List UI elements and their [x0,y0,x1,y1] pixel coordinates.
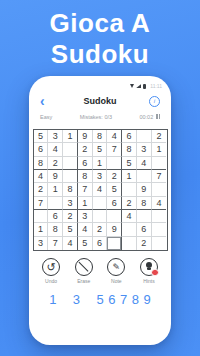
board-cell[interactable]: 8 [93,130,108,143]
board-cell[interactable]: 6 [78,157,93,170]
board-cell[interactable]: 9 [78,130,93,143]
numpad-slot-empty [82,292,94,307]
board-cell[interactable]: 1 [122,170,137,183]
board-cell[interactable] [152,183,167,196]
toolbar-label: Erase [77,278,90,284]
status-bar: 11:11 [29,82,171,90]
board-cell[interactable] [152,237,167,250]
board-cell[interactable] [137,130,152,143]
toolbar: UndoEraseNoteHints [29,258,171,286]
board-cell[interactable]: 4 [34,170,49,183]
board-cell[interactable]: 3 [78,210,93,223]
numpad-digit-8[interactable]: 8 [129,292,141,307]
phone-mockup: 11:11 ‹ Sudoku i Easy Mistakes: 0/3 00:0… [29,76,171,345]
hero-title-line1: Gioca A [0,8,200,39]
game-info-bar: Easy Mistakes: 0/3 00:02 [29,110,171,123]
board-cell[interactable]: 2 [107,170,122,183]
board-cell[interactable] [48,197,63,210]
numpad-digit-1[interactable]: 1 [47,292,59,307]
numpad-digit-9[interactable]: 9 [141,292,153,307]
signal-icon [136,84,141,88]
board-cell[interactable] [107,157,122,170]
board-cell[interactable]: 6 [93,237,108,250]
board-cell[interactable]: 4 [48,143,63,156]
board-cell[interactable]: 7 [107,143,122,156]
board-cell[interactable]: 6 [137,223,152,236]
board-cell[interactable]: 9 [48,170,63,183]
board-cell[interactable]: 3 [137,143,152,156]
pause-button[interactable] [156,114,160,119]
board-cell[interactable]: 2 [152,130,167,143]
board-cell[interactable]: 2 [48,157,63,170]
board-cell[interactable]: 1 [152,143,167,156]
board-cell[interactable]: 6 [48,210,63,223]
toolbar-label: Note [111,278,122,284]
board-cell[interactable]: 5 [93,143,108,156]
board-cell[interactable]: 7 [48,237,63,250]
board-cell[interactable]: 4 [78,223,93,236]
board-cell[interactable] [152,210,167,223]
promo-canvas: Gioca A Sudoku 11:11 ‹ Sudoku i Easy Mis… [0,0,200,356]
board-cell[interactable]: 5 [122,157,137,170]
mistakes-counter: Mistakes: 0/3 [80,114,112,120]
board-cell[interactable]: 6 [122,130,137,143]
board-cell[interactable]: 9 [137,183,152,196]
statusbar-time: 11:11 [150,83,162,89]
board-cell[interactable] [122,237,137,250]
board-cell[interactable]: 2 [137,237,152,250]
board-cell[interactable]: 4 [93,183,108,196]
board-cell[interactable]: 5 [107,183,122,196]
board-cell[interactable]: 2 [34,183,49,196]
app-header: ‹ Sudoku i [29,93,171,109]
board-cell[interactable] [152,223,167,236]
note-button[interactable]: Note [107,258,125,286]
hero-title-line2: Sudoku [0,39,200,70]
board-cell[interactable]: 5 [78,237,93,250]
board-cell[interactable]: 8 [63,183,78,196]
board-cell[interactable] [63,157,78,170]
board-cell[interactable]: 2 [63,210,78,223]
toolbar-label: Hints [143,278,154,284]
board-cell[interactable] [122,223,137,236]
board-cell[interactable]: 2 [93,223,108,236]
difficulty-label[interactable]: Easy [40,114,52,120]
numpad-digit-3[interactable]: 3 [71,292,83,307]
notification-badge [151,269,159,277]
board-cell[interactable]: 7 [78,183,93,196]
number-pad: 1356789 [47,292,153,307]
undo-icon [42,258,60,276]
board-cell[interactable]: 4 [152,197,167,210]
board-cell[interactable]: 2 [78,143,93,156]
board-cell[interactable]: 2 [122,197,137,210]
board-cell[interactable]: 8 [122,143,137,156]
board-cell[interactable]: 1 [48,183,63,196]
board-cell[interactable]: 6 [107,197,122,210]
board-cell[interactable]: 4 [107,130,122,143]
board-cell[interactable]: 3 [48,130,63,143]
board-cell[interactable]: 5 [34,130,49,143]
board-cell[interactable]: 4 [63,237,78,250]
board-cell[interactable]: 1 [78,197,93,210]
toolbar-label: Undo [45,278,57,284]
info-button[interactable]: i [149,96,160,107]
board-cell[interactable] [93,197,108,210]
board-cell[interactable]: 9 [107,223,122,236]
hero-title: Gioca A Sudoku [0,8,200,70]
sudoku-board[interactable]: 5319846264257831826154498321721874597316… [33,129,168,251]
board-cell[interactable]: 7 [152,170,167,183]
undo-button[interactable]: Undo [42,258,60,286]
battery-icon [143,84,146,89]
board-cell[interactable]: 1 [93,157,108,170]
board-cell[interactable]: 4 [122,210,137,223]
numpad-digit-6[interactable]: 6 [106,292,118,307]
board-cell[interactable]: 7 [34,197,49,210]
board-cell[interactable] [63,143,78,156]
numpad-digit-7[interactable]: 7 [118,292,130,307]
board-cell[interactable] [34,210,49,223]
board-cell[interactable] [122,183,137,196]
board-cell[interactable]: 4 [137,157,152,170]
board-cell[interactable]: 8 [34,157,49,170]
board-cell[interactable] [107,237,122,250]
board-cell[interactable]: 8 [137,197,152,210]
board-cell[interactable]: 8 [78,170,93,183]
board-cell[interactable]: 3 [34,237,49,250]
erase-icon [75,258,93,276]
numpad-slot-empty [59,292,71,307]
board-cell[interactable]: 8 [48,223,63,236]
timer: 00:02 [139,114,153,120]
erase-button[interactable]: Erase [75,258,93,286]
board-cell[interactable] [152,157,167,170]
board-cell[interactable] [63,170,78,183]
wifi-icon [130,84,134,88]
board-cell[interactable] [137,210,152,223]
board-cell[interactable]: 3 [93,170,108,183]
hints-button[interactable]: Hints [140,258,158,286]
board-cell[interactable]: 3 [63,197,78,210]
board-cell[interactable] [137,170,152,183]
hints-icon [140,258,158,276]
board-cell[interactable] [107,210,122,223]
board-cell[interactable]: 1 [63,130,78,143]
board-cell[interactable] [93,210,108,223]
board-cell[interactable]: 5 [63,223,78,236]
numpad-digit-5[interactable]: 5 [94,292,106,307]
note-icon [107,258,125,276]
board-cell[interactable]: 6 [34,143,49,156]
board-cell[interactable]: 1 [34,223,49,236]
